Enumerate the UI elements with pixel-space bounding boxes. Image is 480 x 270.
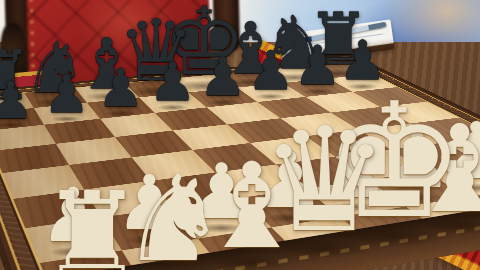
pawn-glyph: ♟ — [43, 68, 90, 120]
pawn-glyph: ♟ — [247, 44, 295, 98]
pawn-glyph: ♟ — [149, 56, 197, 109]
chess-3d-scene: ♜♞♝♟♚♟♛♟♝♟♞♟♜♟♟♟♟♟♟♜♟♞♟♝♟♚♟♛♟♝♞♜ — [0, 0, 480, 270]
pawn-glyph: ♟ — [199, 50, 247, 104]
pawn-glyph: ♟ — [0, 75, 34, 127]
rook-glyph: ♜ — [40, 177, 144, 270]
pawn-glyph: ♟ — [97, 62, 144, 115]
